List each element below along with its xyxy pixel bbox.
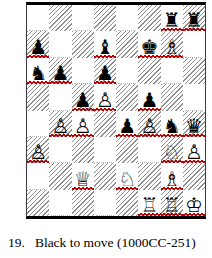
spellcheck-squiggle	[161, 213, 183, 216]
square-f8	[138, 5, 160, 31]
square-h1: ♔	[183, 190, 205, 216]
square-b3	[49, 137, 71, 163]
square-d2	[94, 163, 116, 189]
square-d1	[94, 190, 116, 216]
square-e6	[116, 58, 138, 84]
square-c1	[72, 190, 94, 216]
square-g1: ♖	[161, 190, 183, 216]
square-b5	[49, 84, 71, 110]
spellcheck-squiggle	[138, 213, 160, 216]
spellcheck-squiggle	[138, 108, 160, 111]
square-d5: ♙	[94, 84, 116, 110]
spellcheck-squiggle	[72, 187, 94, 190]
spellcheck-squiggle	[161, 160, 183, 163]
square-b8	[49, 5, 71, 31]
square-c4: ♙	[72, 111, 94, 137]
square-d8	[94, 5, 116, 31]
spellcheck-squiggle	[94, 55, 116, 58]
spellcheck-squiggle	[161, 55, 183, 58]
square-b1	[49, 190, 71, 216]
square-d7: ♝	[94, 31, 116, 57]
square-b7	[49, 31, 71, 57]
square-g7: ♗	[161, 31, 183, 57]
spellcheck-squiggle	[183, 134, 205, 137]
spellcheck-squiggle	[183, 28, 205, 31]
square-h8: ♜	[183, 5, 205, 31]
spellcheck-squiggle	[183, 213, 205, 216]
spellcheck-squiggle	[94, 81, 116, 84]
spellcheck-squiggle	[27, 81, 49, 84]
spellcheck-squiggle	[138, 55, 160, 58]
square-a6: ♞	[27, 58, 49, 84]
square-d3	[94, 137, 116, 163]
square-a1	[27, 190, 49, 216]
square-c2: ♕	[72, 163, 94, 189]
square-a4	[27, 111, 49, 137]
spellcheck-squiggle	[72, 108, 94, 111]
square-d4	[94, 111, 116, 137]
board: ♜♜♟♝♚♗♞♟♟♟♙♟♙♙♟♙♞♛♙♘♙♕♘♗♖♖♔	[27, 5, 205, 216]
spellcheck-squiggle	[161, 134, 183, 137]
square-a5	[27, 84, 49, 110]
spellcheck-squiggle	[138, 134, 160, 137]
square-e2: ♘	[116, 163, 138, 189]
spellcheck-squiggle	[161, 187, 183, 190]
square-g5	[161, 84, 183, 110]
square-c5: ♟	[72, 84, 94, 110]
spellcheck-squiggle	[27, 55, 49, 58]
square-e7	[116, 31, 138, 57]
spellcheck-squiggle	[27, 160, 49, 163]
square-f5: ♟	[138, 84, 160, 110]
square-h2	[183, 163, 205, 189]
caption-text: Black to move (1000CC-251)	[35, 235, 196, 250]
square-c6	[72, 58, 94, 84]
square-g2: ♗	[161, 163, 183, 189]
square-h7	[183, 31, 205, 57]
caption-number: 19.	[8, 235, 25, 250]
square-a2	[27, 163, 49, 189]
square-f1: ♖	[138, 190, 160, 216]
square-f3	[138, 137, 160, 163]
square-e8	[116, 5, 138, 31]
square-c7	[72, 31, 94, 57]
spellcheck-squiggle	[72, 134, 94, 137]
square-b2	[49, 163, 71, 189]
square-d6: ♟	[94, 58, 116, 84]
spellcheck-squiggle	[116, 187, 138, 190]
spellcheck-squiggle	[116, 134, 138, 137]
square-e1	[116, 190, 138, 216]
square-h3: ♙	[183, 137, 205, 163]
square-a7: ♟	[27, 31, 49, 57]
square-e5	[116, 84, 138, 110]
page: ♜♜♟♝♚♗♞♟♟♟♙♟♙♙♟♙♞♛♙♘♙♕♘♗♖♖♔ 19.Black to …	[0, 0, 212, 258]
square-c3	[72, 137, 94, 163]
square-c8	[72, 5, 94, 31]
square-e4: ♟	[116, 111, 138, 137]
square-h5	[183, 84, 205, 110]
square-h6	[183, 58, 205, 84]
square-a8	[27, 5, 49, 31]
square-h4: ♛	[183, 111, 205, 137]
square-f2	[138, 163, 160, 189]
square-g6	[161, 58, 183, 84]
square-b6: ♟	[49, 58, 71, 84]
square-f7: ♚	[138, 31, 160, 57]
spellcheck-squiggle	[49, 134, 71, 137]
square-f4: ♙	[138, 111, 160, 137]
square-e3	[116, 137, 138, 163]
board-frame: ♜♜♟♝♚♗♞♟♟♟♙♟♙♙♟♙♞♛♙♘♙♕♘♗♖♖♔	[26, 2, 206, 219]
spellcheck-squiggle	[49, 81, 71, 84]
caption: 19.Black to move (1000CC-251)	[8, 235, 196, 251]
spellcheck-squiggle	[94, 108, 116, 111]
square-g4: ♞	[161, 111, 183, 137]
spellcheck-squiggle	[183, 160, 205, 163]
square-g3: ♘	[161, 137, 183, 163]
square-a3: ♙	[27, 137, 49, 163]
square-g8: ♜	[161, 5, 183, 31]
square-f6	[138, 58, 160, 84]
spellcheck-squiggle	[161, 28, 183, 31]
square-b4: ♙	[49, 111, 71, 137]
